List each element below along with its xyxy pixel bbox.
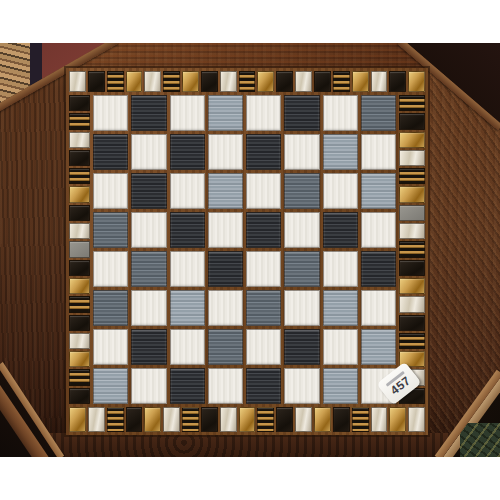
border-tile (399, 333, 425, 349)
border-tile (220, 71, 237, 92)
board-square (131, 251, 166, 287)
border-tile (408, 407, 425, 432)
border-tile (389, 407, 406, 432)
border-tile (314, 407, 331, 432)
border-tile (69, 241, 90, 257)
board-square (246, 251, 281, 287)
board-square (93, 212, 128, 248)
board-square (93, 251, 128, 287)
border-tile (399, 132, 425, 148)
border-tile (276, 71, 293, 92)
border-tile (295, 71, 312, 92)
border-tile (69, 351, 90, 367)
board-square (93, 368, 128, 404)
board-square (208, 173, 243, 209)
border-tile (295, 407, 312, 432)
border-tile (163, 407, 180, 432)
board-square (246, 368, 281, 404)
board-square (246, 173, 281, 209)
border-tile (182, 407, 199, 432)
border-tile (69, 369, 90, 385)
wood-band-bottom (30, 433, 470, 457)
border-tile (144, 407, 161, 432)
border-tile (399, 168, 425, 184)
board-square (323, 95, 358, 131)
board-square (246, 212, 281, 248)
board-square (131, 134, 166, 170)
border-tile (333, 71, 350, 92)
board-square (170, 95, 205, 131)
board-square (284, 329, 319, 365)
board-square (246, 134, 281, 170)
border-tile (276, 407, 293, 432)
board-square (284, 173, 319, 209)
border-tile (69, 150, 90, 166)
border-tile (69, 260, 90, 276)
border-tile (144, 71, 161, 92)
board-square (93, 95, 128, 131)
border-strip-left (69, 95, 90, 404)
board-square (170, 368, 205, 404)
border-tile (314, 71, 331, 92)
border-tile (399, 223, 425, 239)
border-tile (220, 407, 237, 432)
border-tile (69, 71, 86, 92)
board-square (131, 290, 166, 326)
border-tile (257, 71, 274, 92)
board-square (131, 212, 166, 248)
board-square (284, 212, 319, 248)
border-tile (69, 113, 90, 129)
board-square (208, 251, 243, 287)
board-square (246, 95, 281, 131)
border-tile (182, 71, 199, 92)
board-square (323, 134, 358, 170)
border-tile (399, 315, 425, 331)
border-tile (239, 71, 256, 92)
border-tile (107, 407, 124, 432)
board-square (170, 134, 205, 170)
border-tile (69, 296, 90, 312)
border-tile (201, 71, 218, 92)
border-tile (333, 407, 350, 432)
board-square (361, 212, 396, 248)
board-square (323, 368, 358, 404)
border-tile (69, 388, 90, 404)
border-tile (408, 71, 425, 92)
board-square (131, 329, 166, 365)
board-square (208, 290, 243, 326)
board-square (284, 95, 319, 131)
board-square (170, 290, 205, 326)
board-square (323, 212, 358, 248)
board-grid (93, 95, 396, 404)
border-tile (399, 278, 425, 294)
border-tile (399, 296, 425, 312)
border-strip-bottom (69, 407, 425, 432)
border-tile (69, 333, 90, 349)
border-tile (201, 407, 218, 432)
border-tile (69, 278, 90, 294)
board-square (93, 290, 128, 326)
board-square (131, 95, 166, 131)
board-square (93, 329, 128, 365)
border-tile (69, 315, 90, 331)
border-tile (69, 407, 86, 432)
border-tile (399, 95, 425, 111)
board-square (93, 173, 128, 209)
board-square (323, 290, 358, 326)
board-square (170, 212, 205, 248)
border-tile (399, 113, 425, 129)
board-square (361, 95, 396, 131)
board-square (131, 173, 166, 209)
border-tile (69, 205, 90, 221)
border-tile (69, 223, 90, 239)
border-tile (399, 241, 425, 257)
border-tile (399, 150, 425, 166)
chessboard-mosaic (66, 68, 428, 435)
board-square (323, 173, 358, 209)
board-square (323, 329, 358, 365)
board-square (131, 368, 166, 404)
board-square (361, 290, 396, 326)
board-square (323, 251, 358, 287)
border-tile (126, 71, 143, 92)
board-square (284, 134, 319, 170)
board-square (170, 173, 205, 209)
border-tile (239, 407, 256, 432)
border-tile (399, 260, 425, 276)
border-tile (107, 71, 124, 92)
border-tile (399, 186, 425, 202)
border-tile (88, 71, 105, 92)
board-square (361, 251, 396, 287)
board-square (361, 329, 396, 365)
board-square (284, 290, 319, 326)
tartan-fabric-corner (460, 423, 500, 457)
board-square (208, 134, 243, 170)
board-square (284, 368, 319, 404)
border-tile (69, 95, 90, 111)
board-square (208, 95, 243, 131)
border-tile (126, 407, 143, 432)
board-square (246, 290, 281, 326)
border-tile (389, 71, 406, 92)
board-square (284, 251, 319, 287)
board-square (170, 251, 205, 287)
border-tile (163, 71, 180, 92)
border-tile (69, 132, 90, 148)
border-tile (88, 407, 105, 432)
board-square (361, 134, 396, 170)
border-tile (371, 407, 388, 432)
border-strip-right (399, 95, 425, 404)
board-square (246, 329, 281, 365)
board-square (93, 134, 128, 170)
board-square (208, 329, 243, 365)
border-tile (352, 71, 369, 92)
border-tile (69, 168, 90, 184)
border-tile (371, 71, 388, 92)
board-square (170, 329, 205, 365)
border-tile (399, 205, 425, 221)
border-tile (257, 407, 274, 432)
photo: 457 (0, 43, 500, 457)
border-tile (352, 407, 369, 432)
board-square (208, 368, 243, 404)
screenshot: 457 (0, 0, 500, 500)
board-square (208, 212, 243, 248)
border-tile (69, 186, 90, 202)
board-square (361, 173, 396, 209)
border-strip-top (69, 71, 425, 92)
